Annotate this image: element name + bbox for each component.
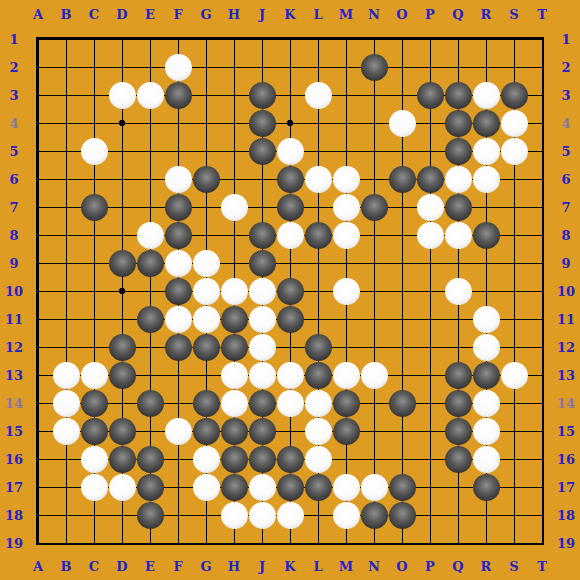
black-stone-M15[interactable] xyxy=(333,418,360,445)
row-label-right-1: 1 xyxy=(561,33,570,46)
white-stone-F6[interactable] xyxy=(165,166,192,193)
row-label-right-18: 18 xyxy=(557,509,575,522)
white-stone-H10[interactable] xyxy=(221,278,248,305)
black-stone-K17[interactable] xyxy=(277,474,304,501)
black-stone-H15[interactable] xyxy=(221,418,248,445)
row-label-right-2: 2 xyxy=(561,61,570,74)
black-stone-J3[interactable] xyxy=(249,82,276,109)
row-label-left-14: 14 xyxy=(5,397,23,410)
white-stone-M8[interactable] xyxy=(333,222,360,249)
row-label-left-2: 2 xyxy=(9,61,18,74)
white-stone-B14[interactable] xyxy=(53,390,80,417)
row-label-right-8: 8 xyxy=(561,229,570,242)
col-label-bottom-N: N xyxy=(368,560,380,573)
row-label-right-14: 14 xyxy=(557,397,575,410)
black-stone-F8[interactable] xyxy=(165,222,192,249)
col-label-bottom-D: D xyxy=(116,560,127,573)
white-stone-J11[interactable] xyxy=(249,306,276,333)
white-stone-M7[interactable] xyxy=(333,194,360,221)
white-stone-E3[interactable] xyxy=(137,82,164,109)
white-stone-R5[interactable] xyxy=(473,138,500,165)
black-stone-Q15[interactable] xyxy=(445,418,472,445)
black-stone-J15[interactable] xyxy=(249,418,276,445)
black-stone-H11[interactable] xyxy=(221,306,248,333)
col-label-top-H: H xyxy=(228,8,240,21)
black-stone-S3[interactable] xyxy=(501,82,528,109)
white-stone-R11[interactable] xyxy=(473,306,500,333)
white-stone-M17[interactable] xyxy=(333,474,360,501)
black-stone-J8[interactable] xyxy=(249,222,276,249)
black-stone-O6[interactable] xyxy=(389,166,416,193)
black-stone-Q4[interactable] xyxy=(445,110,472,137)
row-label-right-10: 10 xyxy=(557,285,575,298)
white-stone-G10[interactable] xyxy=(193,278,220,305)
black-stone-H17[interactable] xyxy=(221,474,248,501)
black-stone-H12[interactable] xyxy=(221,334,248,361)
row-label-right-9: 9 xyxy=(561,257,570,270)
row-label-left-5: 5 xyxy=(9,145,18,158)
stones-layer xyxy=(24,25,556,557)
white-stone-N13[interactable] xyxy=(361,362,388,389)
row-label-right-12: 12 xyxy=(557,341,575,354)
col-label-bottom-L: L xyxy=(313,560,322,573)
row-label-left-16: 16 xyxy=(5,453,23,466)
white-stone-P8[interactable] xyxy=(417,222,444,249)
black-stone-Q3[interactable] xyxy=(445,82,472,109)
white-stone-F11[interactable] xyxy=(165,306,192,333)
black-stone-G6[interactable] xyxy=(193,166,220,193)
black-stone-R4[interactable] xyxy=(473,110,500,137)
white-stone-E8[interactable] xyxy=(137,222,164,249)
col-label-bottom-E: E xyxy=(145,560,155,573)
row-label-left-3: 3 xyxy=(9,89,18,102)
row-label-left-15: 15 xyxy=(5,425,23,438)
white-stone-J13[interactable] xyxy=(249,362,276,389)
row-label-left-6: 6 xyxy=(9,173,18,186)
col-label-top-R: R xyxy=(481,8,492,21)
black-stone-F3[interactable] xyxy=(165,82,192,109)
col-label-top-C: C xyxy=(89,8,99,21)
white-stone-C17[interactable] xyxy=(81,474,108,501)
black-stone-Q7[interactable] xyxy=(445,194,472,221)
black-stone-K11[interactable] xyxy=(277,306,304,333)
black-stone-G15[interactable] xyxy=(193,418,220,445)
white-stone-F9[interactable] xyxy=(165,250,192,277)
row-label-right-3: 3 xyxy=(561,89,570,102)
black-stone-P3[interactable] xyxy=(417,82,444,109)
black-stone-E9[interactable] xyxy=(137,250,164,277)
row-label-left-4: 4 xyxy=(9,117,18,130)
white-stone-M10[interactable] xyxy=(333,278,360,305)
white-stone-J17[interactable] xyxy=(249,474,276,501)
white-stone-R14[interactable] xyxy=(473,390,500,417)
col-label-bottom-G: G xyxy=(200,560,211,573)
black-stone-C7[interactable] xyxy=(81,194,108,221)
col-label-top-B: B xyxy=(61,8,72,21)
white-stone-D17[interactable] xyxy=(109,474,136,501)
col-label-bottom-M: M xyxy=(339,560,353,573)
white-stone-L14[interactable] xyxy=(305,390,332,417)
white-stone-O4[interactable] xyxy=(389,110,416,137)
black-stone-L17[interactable] xyxy=(305,474,332,501)
col-label-top-O: O xyxy=(396,8,407,21)
col-label-bottom-P: P xyxy=(425,560,435,573)
row-label-right-11: 11 xyxy=(557,313,575,326)
row-label-right-5: 5 xyxy=(561,145,570,158)
col-label-bottom-F: F xyxy=(173,560,182,573)
row-label-left-17: 17 xyxy=(5,481,23,494)
col-label-top-Q: Q xyxy=(452,8,463,21)
white-stone-K5[interactable] xyxy=(277,138,304,165)
white-stone-J10[interactable] xyxy=(249,278,276,305)
white-stone-H7[interactable] xyxy=(221,194,248,221)
black-stone-K6[interactable] xyxy=(277,166,304,193)
white-stone-Q6[interactable] xyxy=(445,166,472,193)
row-label-right-15: 15 xyxy=(557,425,575,438)
col-label-top-L: L xyxy=(313,8,322,21)
row-label-right-19: 19 xyxy=(557,537,575,550)
white-stone-G9[interactable] xyxy=(193,250,220,277)
black-stone-J9[interactable] xyxy=(249,250,276,277)
white-stone-K18[interactable] xyxy=(277,502,304,529)
black-stone-G14[interactable] xyxy=(193,390,220,417)
black-stone-N2[interactable] xyxy=(361,54,388,81)
black-stone-J4[interactable] xyxy=(249,110,276,137)
white-stone-J12[interactable] xyxy=(249,334,276,361)
white-stone-N17[interactable] xyxy=(361,474,388,501)
col-label-bottom-S: S xyxy=(509,560,518,573)
black-stone-D13[interactable] xyxy=(109,362,136,389)
black-stone-Q16[interactable] xyxy=(445,446,472,473)
col-label-top-K: K xyxy=(284,8,295,21)
black-stone-O14[interactable] xyxy=(389,390,416,417)
black-stone-E11[interactable] xyxy=(137,306,164,333)
black-stone-D9[interactable] xyxy=(109,250,136,277)
white-stone-B15[interactable] xyxy=(53,418,80,445)
white-stone-G17[interactable] xyxy=(193,474,220,501)
white-stone-R16[interactable] xyxy=(473,446,500,473)
col-label-bottom-R: R xyxy=(481,560,492,573)
col-label-bottom-J: J xyxy=(259,560,265,573)
black-stone-M14[interactable] xyxy=(333,390,360,417)
white-stone-G11[interactable] xyxy=(193,306,220,333)
black-stone-F7[interactable] xyxy=(165,194,192,221)
white-stone-G16[interactable] xyxy=(193,446,220,473)
black-stone-C14[interactable] xyxy=(81,390,108,417)
black-stone-L12[interactable] xyxy=(305,334,332,361)
row-label-left-10: 10 xyxy=(5,285,23,298)
row-label-left-7: 7 xyxy=(9,201,18,214)
black-stone-O17[interactable] xyxy=(389,474,416,501)
white-stone-L16[interactable] xyxy=(305,446,332,473)
black-stone-E18[interactable] xyxy=(137,502,164,529)
col-label-top-M: M xyxy=(339,8,353,21)
black-stone-H16[interactable] xyxy=(221,446,248,473)
black-stone-J16[interactable] xyxy=(249,446,276,473)
black-stone-Q13[interactable] xyxy=(445,362,472,389)
row-label-right-7: 7 xyxy=(561,201,570,214)
black-stone-E17[interactable] xyxy=(137,474,164,501)
white-stone-M6[interactable] xyxy=(333,166,360,193)
col-label-top-P: P xyxy=(425,8,435,21)
white-stone-S5[interactable] xyxy=(501,138,528,165)
white-stone-H18[interactable] xyxy=(221,502,248,529)
black-stone-K16[interactable] xyxy=(277,446,304,473)
row-label-left-11: 11 xyxy=(5,313,23,326)
black-stone-Q14[interactable] xyxy=(445,390,472,417)
black-stone-O18[interactable] xyxy=(389,502,416,529)
black-stone-Q5[interactable] xyxy=(445,138,472,165)
white-stone-C5[interactable] xyxy=(81,138,108,165)
row-label-right-17: 17 xyxy=(557,481,575,494)
row-label-left-9: 9 xyxy=(9,257,18,270)
black-stone-F12[interactable] xyxy=(165,334,192,361)
white-stone-H13[interactable] xyxy=(221,362,248,389)
white-stone-C16[interactable] xyxy=(81,446,108,473)
white-stone-K14[interactable] xyxy=(277,390,304,417)
white-stone-M18[interactable] xyxy=(333,502,360,529)
black-stone-K10[interactable] xyxy=(277,278,304,305)
col-label-top-E: E xyxy=(145,8,155,21)
col-label-bottom-K: K xyxy=(284,560,295,573)
white-stone-R3[interactable] xyxy=(473,82,500,109)
row-label-right-13: 13 xyxy=(557,369,575,382)
black-stone-D15[interactable] xyxy=(109,418,136,445)
row-label-left-1: 1 xyxy=(9,33,18,46)
white-stone-H14[interactable] xyxy=(221,390,248,417)
white-stone-R15[interactable] xyxy=(473,418,500,445)
black-stone-P6[interactable] xyxy=(417,166,444,193)
black-stone-E14[interactable] xyxy=(137,390,164,417)
row-label-left-19: 19 xyxy=(5,537,23,550)
white-stone-S13[interactable] xyxy=(501,362,528,389)
white-stone-Q8[interactable] xyxy=(445,222,472,249)
black-stone-J14[interactable] xyxy=(249,390,276,417)
col-label-top-S: S xyxy=(509,8,518,21)
black-stone-R13[interactable] xyxy=(473,362,500,389)
row-label-left-12: 12 xyxy=(5,341,23,354)
col-label-bottom-Q: Q xyxy=(452,560,463,573)
col-label-top-G: G xyxy=(200,8,211,21)
black-stone-F10[interactable] xyxy=(165,278,192,305)
col-label-bottom-O: O xyxy=(396,560,407,573)
row-label-left-13: 13 xyxy=(5,369,23,382)
white-stone-M13[interactable] xyxy=(333,362,360,389)
white-stone-Q10[interactable] xyxy=(445,278,472,305)
col-label-bottom-A: A xyxy=(33,560,43,573)
black-stone-D12[interactable] xyxy=(109,334,136,361)
white-stone-B13[interactable] xyxy=(53,362,80,389)
white-stone-L3[interactable] xyxy=(305,82,332,109)
black-stone-D16[interactable] xyxy=(109,446,136,473)
black-stone-K7[interactable] xyxy=(277,194,304,221)
col-label-bottom-C: C xyxy=(89,560,99,573)
black-stone-J5[interactable] xyxy=(249,138,276,165)
white-stone-C13[interactable] xyxy=(81,362,108,389)
col-label-top-N: N xyxy=(368,8,380,21)
black-stone-L13[interactable] xyxy=(305,362,332,389)
white-stone-J18[interactable] xyxy=(249,502,276,529)
white-stone-L15[interactable] xyxy=(305,418,332,445)
col-label-top-D: D xyxy=(116,8,127,21)
white-stone-P7[interactable] xyxy=(417,194,444,221)
col-label-bottom-H: H xyxy=(228,560,240,573)
row-label-left-8: 8 xyxy=(9,229,18,242)
white-stone-D3[interactable] xyxy=(109,82,136,109)
col-label-top-A: A xyxy=(33,8,43,21)
col-label-top-J: J xyxy=(259,8,265,21)
black-stone-E16[interactable] xyxy=(137,446,164,473)
col-label-bottom-B: B xyxy=(61,560,72,573)
black-stone-C15[interactable] xyxy=(81,418,108,445)
row-label-left-18: 18 xyxy=(5,509,23,522)
white-stone-S4[interactable] xyxy=(501,110,528,137)
black-stone-N18[interactable] xyxy=(361,502,388,529)
row-label-right-16: 16 xyxy=(557,453,575,466)
white-stone-F15[interactable] xyxy=(165,418,192,445)
col-label-top-T: T xyxy=(537,8,547,21)
black-stone-R8[interactable] xyxy=(473,222,500,249)
col-label-top-F: F xyxy=(173,8,182,21)
col-label-bottom-T: T xyxy=(537,560,547,573)
go-board[interactable]: AABBCCDDEEFFGGHHJJKKLLMMNNOOPPQQRRSSTT11… xyxy=(0,0,580,580)
black-stone-L8[interactable] xyxy=(305,222,332,249)
white-stone-K13[interactable] xyxy=(277,362,304,389)
white-stone-L6[interactable] xyxy=(305,166,332,193)
white-stone-K8[interactable] xyxy=(277,222,304,249)
row-label-right-4: 4 xyxy=(561,117,570,130)
white-stone-F2[interactable] xyxy=(165,54,192,81)
black-stone-N7[interactable] xyxy=(361,194,388,221)
white-stone-R12[interactable] xyxy=(473,334,500,361)
row-label-right-6: 6 xyxy=(561,173,570,186)
white-stone-R6[interactable] xyxy=(473,166,500,193)
black-stone-R17[interactable] xyxy=(473,474,500,501)
black-stone-G12[interactable] xyxy=(193,334,220,361)
